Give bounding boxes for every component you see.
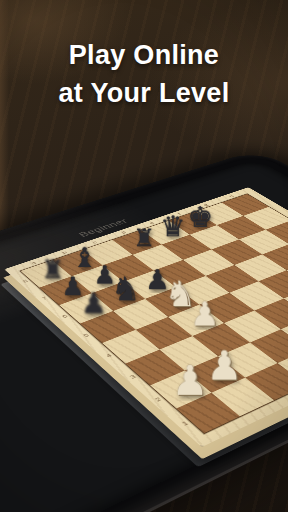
rank-label-3: 3 bbox=[125, 372, 139, 381]
rank-label-8: 8 bbox=[19, 278, 31, 285]
rank-label-4: 4 bbox=[102, 351, 116, 359]
piece-cell-e7 bbox=[162, 235, 212, 260]
phone-screen: Beginner abcdefgh 87654321 ♜♝♜♛♚♟♟♟♞♟♞♟♟… bbox=[0, 159, 288, 512]
rank-label-6: 6 bbox=[58, 312, 71, 319]
piece-cell-e5 bbox=[206, 265, 259, 293]
promo-screenshot: Play Online at Your Level Beginner abcde… bbox=[0, 0, 288, 512]
piece-cell-c1 bbox=[245, 363, 288, 400]
piece-cell-c4: ♟ bbox=[168, 305, 224, 336]
promo-title-line1: Play Online bbox=[0, 36, 288, 74]
white-pawn-c4: ♟ bbox=[185, 297, 225, 330]
promo-title: Play Online at Your Level bbox=[0, 36, 288, 112]
phone: Beginner abcdefgh 87654321 ♜♝♜♛♚♟♟♟♞♟♞♟♟… bbox=[0, 149, 288, 512]
black-pawn-a6: ♟ bbox=[74, 290, 113, 318]
piece-cell-e3 bbox=[254, 298, 288, 329]
piece-cell-e4 bbox=[229, 281, 283, 310]
promo-title-line2: at Your Level bbox=[0, 74, 288, 112]
white-pawn-a2: ♟ bbox=[168, 360, 212, 401]
